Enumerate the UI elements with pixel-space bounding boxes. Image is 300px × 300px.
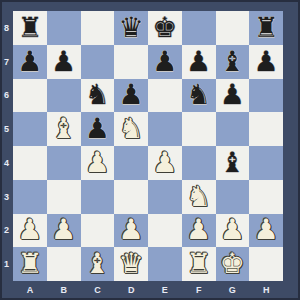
file-label-c: C [81, 281, 115, 298]
square-d6[interactable]: ♟ [114, 79, 148, 113]
square-f7[interactable]: ♟ [182, 45, 216, 79]
square-f3[interactable]: ♞ [182, 180, 216, 214]
piece-white-bishop[interactable]: ♝ [47, 112, 81, 146]
square-g3[interactable] [216, 180, 250, 214]
square-c7[interactable] [81, 45, 115, 79]
square-g4[interactable]: ♝ [216, 146, 250, 180]
piece-black-pawn[interactable]: ♟ [13, 45, 47, 79]
piece-black-pawn[interactable]: ♟ [81, 112, 115, 146]
square-h1[interactable] [249, 247, 283, 281]
rank-label-6: 6 [0, 79, 13, 113]
square-h2[interactable]: ♟ [249, 214, 283, 248]
square-b7[interactable]: ♟ [47, 45, 81, 79]
piece-white-pawn[interactable]: ♟ [249, 214, 283, 248]
piece-white-pawn[interactable]: ♟ [47, 214, 81, 248]
file-labels: ABCDEFGH [13, 281, 283, 298]
square-f4[interactable] [182, 146, 216, 180]
piece-white-king[interactable]: ♚ [216, 247, 250, 281]
piece-black-king[interactable]: ♚ [148, 11, 182, 45]
square-g6[interactable]: ♟ [216, 79, 250, 113]
square-a6[interactable] [13, 79, 47, 113]
piece-white-pawn[interactable]: ♟ [114, 214, 148, 248]
square-e4[interactable]: ♟ [148, 146, 182, 180]
square-d7[interactable] [114, 45, 148, 79]
square-f1[interactable]: ♜ [182, 247, 216, 281]
piece-black-rook[interactable]: ♜ [249, 11, 283, 45]
file-label-b: B [47, 281, 81, 298]
square-a7[interactable]: ♟ [13, 45, 47, 79]
rank-label-3: 3 [0, 180, 13, 214]
square-b4[interactable] [47, 146, 81, 180]
square-b3[interactable] [47, 180, 81, 214]
square-c6[interactable]: ♞ [81, 79, 115, 113]
piece-white-pawn[interactable]: ♟ [148, 146, 182, 180]
piece-black-pawn[interactable]: ♟ [216, 79, 250, 113]
square-a1[interactable]: ♜ [13, 247, 47, 281]
square-c5[interactable]: ♟ [81, 112, 115, 146]
square-g7[interactable]: ♝ [216, 45, 250, 79]
square-b2[interactable]: ♟ [47, 214, 81, 248]
square-h4[interactable] [249, 146, 283, 180]
square-b8[interactable] [47, 11, 81, 45]
piece-black-pawn[interactable]: ♟ [47, 45, 81, 79]
rank-label-4: 4 [0, 146, 13, 180]
file-label-f: F [182, 281, 216, 298]
piece-white-rook[interactable]: ♜ [182, 247, 216, 281]
square-e3[interactable] [148, 180, 182, 214]
square-f2[interactable]: ♟ [182, 214, 216, 248]
square-g5[interactable] [216, 112, 250, 146]
square-e2[interactable] [148, 214, 182, 248]
piece-white-pawn[interactable]: ♟ [182, 214, 216, 248]
square-b6[interactable] [47, 79, 81, 113]
square-b5[interactable]: ♝ [47, 112, 81, 146]
rank-label-7: 7 [0, 45, 13, 79]
square-e8[interactable]: ♚ [148, 11, 182, 45]
square-h7[interactable]: ♟ [249, 45, 283, 79]
square-h6[interactable] [249, 79, 283, 113]
square-a4[interactable] [13, 146, 47, 180]
chessboard-frame: 87654321 ♜♛♚♜♟♟♟♟♝♟♞♟♞♟♝♟♞♟♟♝♞♟♟♟♟♟♟♜♝♛♜… [0, 0, 300, 300]
piece-black-pawn[interactable]: ♟ [249, 45, 283, 79]
square-d3[interactable] [114, 180, 148, 214]
square-d2[interactable]: ♟ [114, 214, 148, 248]
piece-black-bishop[interactable]: ♝ [216, 45, 250, 79]
piece-black-bishop[interactable]: ♝ [216, 146, 250, 180]
rank-label-5: 5 [0, 112, 13, 146]
square-e1[interactable] [148, 247, 182, 281]
square-g1[interactable]: ♚ [216, 247, 250, 281]
piece-black-knight[interactable]: ♞ [182, 79, 216, 113]
chess-board: ♜♛♚♜♟♟♟♟♝♟♞♟♞♟♝♟♞♟♟♝♞♟♟♟♟♟♟♜♝♛♜♚ [13, 11, 283, 281]
square-c4[interactable]: ♟ [81, 146, 115, 180]
piece-black-queen[interactable]: ♛ [114, 11, 148, 45]
file-label-g: G [216, 281, 250, 298]
piece-white-bishop[interactable]: ♝ [81, 247, 115, 281]
square-d5[interactable]: ♞ [114, 112, 148, 146]
square-g2[interactable]: ♟ [216, 214, 250, 248]
piece-white-pawn[interactable]: ♟ [216, 214, 250, 248]
square-a5[interactable] [13, 112, 47, 146]
file-label-d: D [114, 281, 148, 298]
piece-white-rook[interactable]: ♜ [13, 247, 47, 281]
square-c3[interactable] [81, 180, 115, 214]
rank-label-2: 2 [0, 214, 13, 248]
file-label-e: E [148, 281, 182, 298]
square-b1[interactable] [47, 247, 81, 281]
piece-white-queen[interactable]: ♛ [114, 247, 148, 281]
square-f6[interactable]: ♞ [182, 79, 216, 113]
file-label-h: H [249, 281, 283, 298]
square-e5[interactable] [148, 112, 182, 146]
square-a8[interactable]: ♜ [13, 11, 47, 45]
square-a3[interactable] [13, 180, 47, 214]
piece-white-knight[interactable]: ♞ [114, 112, 148, 146]
square-c8[interactable] [81, 11, 115, 45]
square-e7[interactable]: ♟ [148, 45, 182, 79]
square-e6[interactable] [148, 79, 182, 113]
rank-labels: 87654321 [0, 11, 13, 281]
square-h5[interactable] [249, 112, 283, 146]
square-c1[interactable]: ♝ [81, 247, 115, 281]
square-d1[interactable]: ♛ [114, 247, 148, 281]
rank-label-1: 1 [0, 247, 13, 281]
square-g8[interactable] [216, 11, 250, 45]
square-h8[interactable]: ♜ [249, 11, 283, 45]
rank-label-8: 8 [0, 11, 13, 45]
square-c2[interactable] [81, 214, 115, 248]
square-d8[interactable]: ♛ [114, 11, 148, 45]
piece-white-pawn[interactable]: ♟ [81, 146, 115, 180]
piece-black-pawn[interactable]: ♟ [114, 79, 148, 113]
piece-black-rook[interactable]: ♜ [13, 11, 47, 45]
piece-black-pawn[interactable]: ♟ [182, 45, 216, 79]
square-f5[interactable] [182, 112, 216, 146]
square-a2[interactable]: ♟ [13, 214, 47, 248]
piece-black-knight[interactable]: ♞ [81, 79, 115, 113]
piece-white-knight[interactable]: ♞ [182, 180, 216, 214]
piece-white-pawn[interactable]: ♟ [13, 214, 47, 248]
file-label-a: A [13, 281, 47, 298]
square-f8[interactable] [182, 11, 216, 45]
square-h3[interactable] [249, 180, 283, 214]
square-d4[interactable] [114, 146, 148, 180]
piece-black-pawn[interactable]: ♟ [148, 45, 182, 79]
